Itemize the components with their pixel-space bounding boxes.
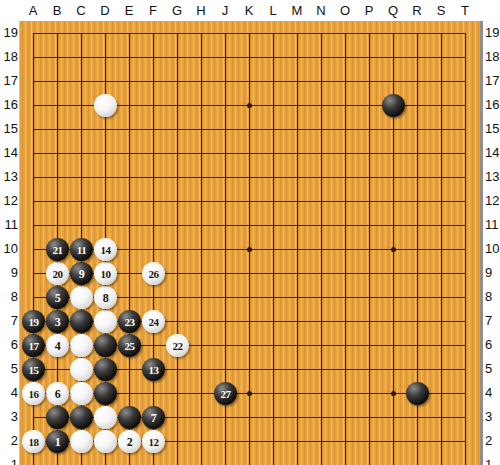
stone-d4-black[interactable]: [94, 382, 117, 405]
stone-b8-black[interactable]: 5: [46, 286, 69, 309]
column-label-o: O: [336, 2, 354, 20]
row-label-right-12: 12: [484, 192, 500, 210]
column-label-f: F: [144, 2, 162, 20]
stone-a5-black[interactable]: 15: [22, 358, 45, 381]
stone-move-number: 26: [149, 268, 159, 280]
stone-move-number: 1: [55, 436, 61, 448]
stone-b6-white[interactable]: 4: [46, 334, 69, 357]
stone-c4-white[interactable]: [70, 382, 93, 405]
stone-move-number: 3: [55, 316, 61, 328]
column-label-s: S: [432, 2, 450, 20]
stone-move-number: 2: [127, 436, 133, 448]
row-label-right-11: 11: [484, 216, 500, 234]
stone-b7-black[interactable]: 3: [46, 310, 69, 333]
stone-move-number: 19: [29, 316, 39, 328]
stone-d9-white[interactable]: 10: [94, 262, 117, 285]
row-label-left-4: 4: [0, 384, 19, 402]
column-label-m: M: [288, 2, 306, 20]
stone-d5-black[interactable]: [94, 358, 117, 381]
row-label-left-3: 3: [0, 408, 19, 426]
stone-move-number: 8: [103, 292, 109, 304]
star-point-q10: [391, 247, 396, 252]
row-label-left-13: 13: [0, 168, 19, 186]
row-label-left-1: 1: [0, 456, 19, 465]
column-label-t: T: [456, 2, 474, 20]
stone-d10-white[interactable]: 14: [94, 238, 117, 261]
stone-r4-black[interactable]: [406, 382, 429, 405]
row-label-right-4: 4: [484, 384, 500, 402]
row-label-right-18: 18: [484, 48, 500, 66]
column-label-n: N: [312, 2, 330, 20]
stone-g6-white[interactable]: 22: [166, 334, 189, 357]
stone-f3-black[interactable]: 7: [142, 406, 165, 429]
stone-q16-black[interactable]: [382, 94, 405, 117]
column-label-q: Q: [384, 2, 402, 20]
stone-move-number: 24: [149, 316, 159, 328]
stone-move-number: 27: [221, 388, 231, 400]
stone-e6-black[interactable]: 25: [118, 334, 141, 357]
stone-move-number: 23: [125, 316, 135, 328]
stone-c3-black[interactable]: [70, 406, 93, 429]
stone-move-number: 5: [55, 292, 61, 304]
row-label-right-15: 15: [484, 120, 500, 138]
stone-b10-black[interactable]: 21: [46, 238, 69, 261]
row-label-right-5: 5: [484, 360, 500, 378]
row-label-right-3: 3: [484, 408, 500, 426]
row-label-left-7: 7: [0, 312, 19, 330]
stone-move-number: 15: [29, 364, 39, 376]
column-label-k: K: [240, 2, 258, 20]
row-label-left-17: 17: [0, 72, 19, 90]
column-label-e: E: [120, 2, 138, 20]
stone-d7-white[interactable]: [94, 310, 117, 333]
row-label-left-2: 2: [0, 432, 19, 450]
stone-move-number: 4: [55, 340, 61, 352]
row-label-right-16: 16: [484, 96, 500, 114]
stone-f9-white[interactable]: 26: [142, 262, 165, 285]
stone-move-number: 16: [29, 388, 39, 400]
stone-e3-black[interactable]: [118, 406, 141, 429]
stone-d3-white[interactable]: [94, 406, 117, 429]
row-label-left-16: 16: [0, 96, 19, 114]
stone-b9-white[interactable]: 20: [46, 262, 69, 285]
stone-e2-white[interactable]: 2: [118, 430, 141, 453]
row-label-left-19: 19: [0, 24, 19, 42]
row-label-right-17: 17: [484, 72, 500, 90]
stone-f5-black[interactable]: 13: [142, 358, 165, 381]
row-label-right-10: 10: [484, 240, 500, 258]
stone-j4-black[interactable]: 27: [214, 382, 237, 405]
stone-d16-white[interactable]: [94, 94, 117, 117]
stone-move-number: 7: [151, 412, 157, 424]
stone-a7-black[interactable]: 19: [22, 310, 45, 333]
board-edge-shadow: [480, 21, 483, 465]
star-point-k16: [247, 103, 252, 108]
row-label-left-14: 14: [0, 144, 19, 162]
stone-b2-black[interactable]: 1: [46, 430, 69, 453]
stone-a6-black[interactable]: 17: [22, 334, 45, 357]
stone-c10-black[interactable]: 11: [70, 238, 93, 261]
stone-move-number: 6: [55, 388, 61, 400]
stone-c9-black[interactable]: 9: [70, 262, 93, 285]
column-label-j: J: [216, 2, 234, 20]
row-label-left-18: 18: [0, 48, 19, 66]
row-label-right-19: 19: [484, 24, 500, 42]
stone-move-number: 22: [173, 340, 183, 352]
row-label-right-13: 13: [484, 168, 500, 186]
stone-move-number: 10: [101, 268, 111, 280]
stone-move-number: 18: [29, 436, 39, 448]
stone-f2-white[interactable]: 12: [142, 430, 165, 453]
row-label-right-6: 6: [484, 336, 500, 354]
column-label-g: G: [168, 2, 186, 20]
stone-move-number: 21: [53, 244, 63, 256]
stone-b3-black[interactable]: [46, 406, 69, 429]
stone-a4-white[interactable]: 16: [22, 382, 45, 405]
stone-move-number: 11: [77, 244, 86, 256]
stone-e7-black[interactable]: 23: [118, 310, 141, 333]
row-label-right-8: 8: [484, 288, 500, 306]
row-label-right-14: 14: [484, 144, 500, 162]
row-label-left-12: 12: [0, 192, 19, 210]
column-label-l: L: [264, 2, 282, 20]
star-point-q4: [391, 391, 396, 396]
stone-b4-white[interactable]: 6: [46, 382, 69, 405]
stone-d8-white[interactable]: 8: [94, 286, 117, 309]
stone-a2-white[interactable]: 18: [22, 430, 45, 453]
stone-c2-white[interactable]: [70, 430, 93, 453]
row-label-right-9: 9: [484, 264, 500, 282]
stone-d2-white[interactable]: [94, 430, 117, 453]
row-label-right-2: 2: [484, 432, 500, 450]
row-label-left-5: 5: [0, 360, 19, 378]
stone-move-number: 9: [79, 268, 85, 280]
column-label-b: B: [48, 2, 66, 20]
stone-move-number: 25: [125, 340, 135, 352]
row-label-left-6: 6: [0, 336, 19, 354]
row-label-left-11: 11: [0, 216, 19, 234]
row-label-left-10: 10: [0, 240, 19, 258]
column-label-h: H: [192, 2, 210, 20]
stone-c5-white[interactable]: [70, 358, 93, 381]
stone-c8-white[interactable]: [70, 286, 93, 309]
stone-move-number: 13: [149, 364, 159, 376]
row-label-left-8: 8: [0, 288, 19, 306]
column-label-p: P: [360, 2, 378, 20]
star-point-k4: [247, 391, 252, 396]
column-label-a: A: [24, 2, 42, 20]
stone-c7-black[interactable]: [70, 310, 93, 333]
row-label-right-1: 1: [484, 456, 500, 465]
stone-c6-white[interactable]: [70, 334, 93, 357]
stone-move-number: 17: [29, 340, 39, 352]
stone-d6-black[interactable]: [94, 334, 117, 357]
star-point-k10: [247, 247, 252, 252]
column-label-d: D: [96, 2, 114, 20]
stone-move-number: 20: [53, 268, 63, 280]
column-label-r: R: [408, 2, 426, 20]
row-label-left-15: 15: [0, 120, 19, 138]
row-label-right-7: 7: [484, 312, 500, 330]
go-diagram: ABCDEFGHJKLMNOPQRST 19181716151413121110…: [0, 0, 500, 465]
row-label-left-9: 9: [0, 264, 19, 282]
stone-move-number: 14: [101, 244, 111, 256]
stone-move-number: 12: [149, 436, 159, 448]
column-label-c: C: [72, 2, 90, 20]
stone-f7-white[interactable]: 24: [142, 310, 165, 333]
